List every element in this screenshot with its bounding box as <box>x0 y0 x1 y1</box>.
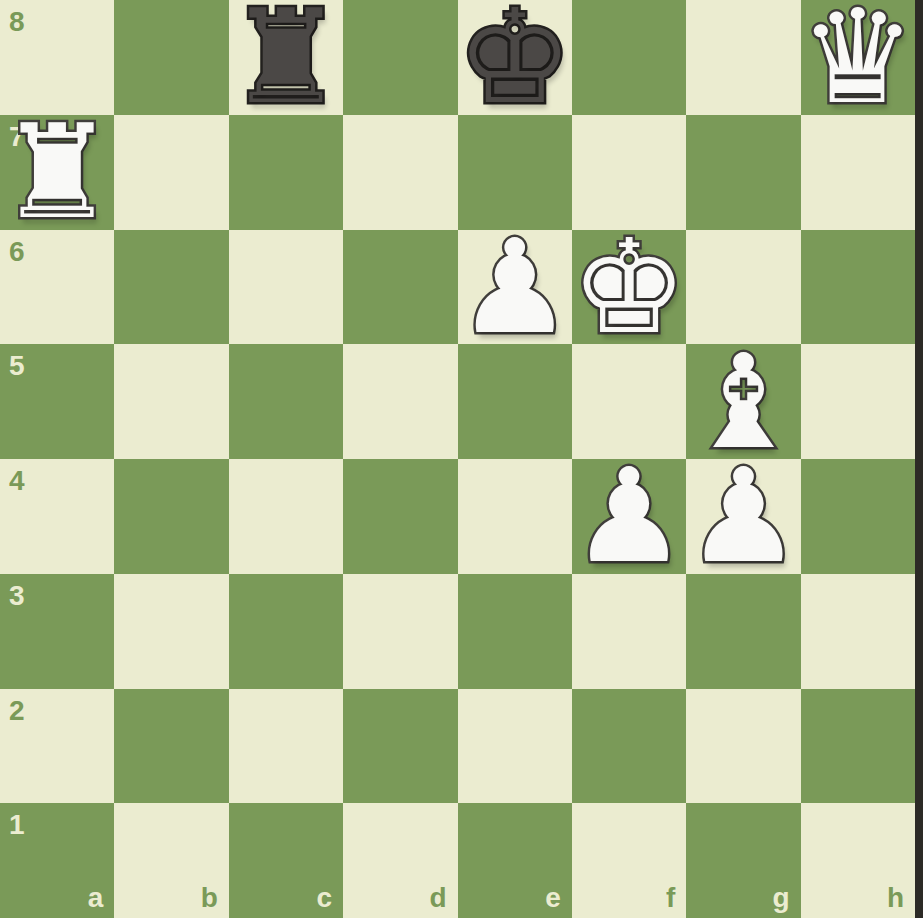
square-c2[interactable] <box>229 689 343 804</box>
square-c8[interactable]: ♜ <box>229 0 343 115</box>
rank-label-5: 5 <box>9 352 25 380</box>
piece-white-rook[interactable]: ♜ <box>0 115 114 230</box>
file-label-g: g <box>773 884 790 912</box>
square-b5[interactable] <box>114 344 228 459</box>
square-h3[interactable] <box>801 574 915 689</box>
piece-black-king[interactable]: ♚ <box>458 0 572 115</box>
square-e4[interactable] <box>458 459 572 574</box>
square-a1[interactable]: 1a <box>0 803 114 918</box>
square-b7[interactable] <box>114 115 228 230</box>
square-c5[interactable] <box>229 344 343 459</box>
square-d3[interactable] <box>343 574 457 689</box>
piece-white-pawn[interactable]: ♟ <box>458 230 572 345</box>
rank-label-1: 1 <box>9 811 25 839</box>
piece-white-pawn[interactable]: ♟ <box>572 459 686 574</box>
piece-white-queen[interactable]: ♛ <box>801 0 915 115</box>
rank-label-3: 3 <box>9 582 25 610</box>
square-f2[interactable] <box>572 689 686 804</box>
square-d5[interactable] <box>343 344 457 459</box>
piece-black-rook[interactable]: ♜ <box>229 0 343 115</box>
square-c3[interactable] <box>229 574 343 689</box>
square-f6[interactable]: ♚ <box>572 230 686 345</box>
square-g7[interactable] <box>686 115 800 230</box>
square-e2[interactable] <box>458 689 572 804</box>
file-label-a: a <box>88 884 104 912</box>
square-d4[interactable] <box>343 459 457 574</box>
file-label-h: h <box>887 884 904 912</box>
rank-label-4: 4 <box>9 467 25 495</box>
square-c6[interactable] <box>229 230 343 345</box>
square-b6[interactable] <box>114 230 228 345</box>
square-h4[interactable] <box>801 459 915 574</box>
rank-label-8: 8 <box>9 8 25 36</box>
chess-app: 8♜♚♛7♜6♟♚5♝4♟♟321abcdefgh <box>0 0 923 918</box>
square-a3[interactable]: 3 <box>0 574 114 689</box>
piece-white-pawn[interactable]: ♟ <box>686 459 800 574</box>
square-h8[interactable]: ♛ <box>801 0 915 115</box>
square-f8[interactable] <box>572 0 686 115</box>
square-f4[interactable]: ♟ <box>572 459 686 574</box>
square-a7[interactable]: 7♜ <box>0 115 114 230</box>
square-d8[interactable] <box>343 0 457 115</box>
square-c1[interactable]: c <box>229 803 343 918</box>
square-a4[interactable]: 4 <box>0 459 114 574</box>
file-label-c: c <box>317 884 333 912</box>
square-e1[interactable]: e <box>458 803 572 918</box>
square-g4[interactable]: ♟ <box>686 459 800 574</box>
square-d2[interactable] <box>343 689 457 804</box>
square-f1[interactable]: f <box>572 803 686 918</box>
square-d7[interactable] <box>343 115 457 230</box>
square-h5[interactable] <box>801 344 915 459</box>
square-b4[interactable] <box>114 459 228 574</box>
square-h1[interactable]: h <box>801 803 915 918</box>
square-c4[interactable] <box>229 459 343 574</box>
square-b1[interactable]: b <box>114 803 228 918</box>
square-b8[interactable] <box>114 0 228 115</box>
square-e6[interactable]: ♟ <box>458 230 572 345</box>
square-d1[interactable]: d <box>343 803 457 918</box>
chess-board[interactable]: 8♜♚♛7♜6♟♚5♝4♟♟321abcdefgh <box>0 0 915 918</box>
square-b2[interactable] <box>114 689 228 804</box>
square-e3[interactable] <box>458 574 572 689</box>
square-h6[interactable] <box>801 230 915 345</box>
square-g8[interactable] <box>686 0 800 115</box>
file-label-e: e <box>545 884 561 912</box>
square-g2[interactable] <box>686 689 800 804</box>
square-a5[interactable]: 5 <box>0 344 114 459</box>
square-a2[interactable]: 2 <box>0 689 114 804</box>
piece-white-king[interactable]: ♚ <box>572 230 686 345</box>
window-edge-strip <box>915 0 923 918</box>
square-g1[interactable]: g <box>686 803 800 918</box>
file-label-f: f <box>666 884 675 912</box>
square-h2[interactable] <box>801 689 915 804</box>
square-b3[interactable] <box>114 574 228 689</box>
square-e8[interactable]: ♚ <box>458 0 572 115</box>
rank-label-2: 2 <box>9 697 25 725</box>
file-label-d: d <box>429 884 446 912</box>
file-label-b: b <box>201 884 218 912</box>
square-d6[interactable] <box>343 230 457 345</box>
